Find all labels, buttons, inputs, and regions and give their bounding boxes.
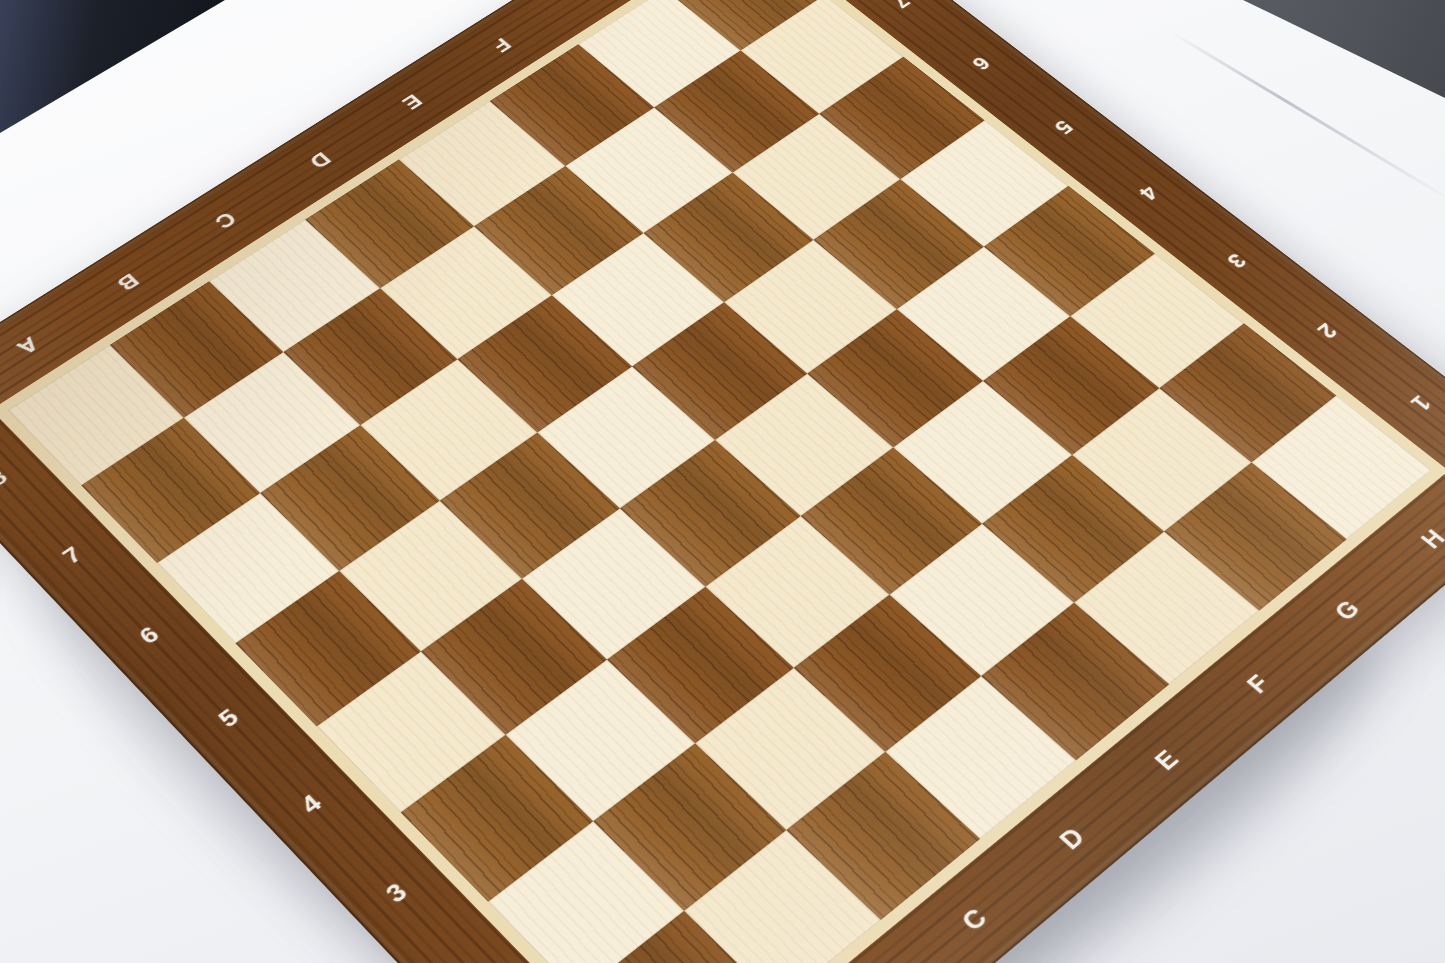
background-gray-corner-right bbox=[1185, 0, 1445, 170]
